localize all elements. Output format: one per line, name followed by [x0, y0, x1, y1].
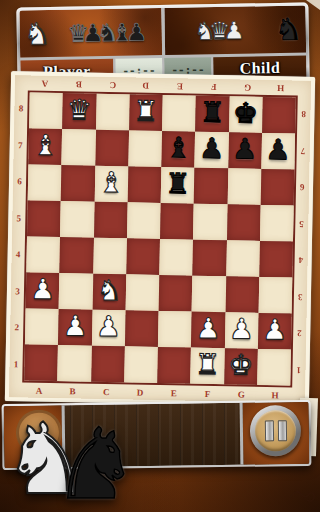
square-h4[interactable]	[259, 241, 293, 278]
square-a4[interactable]	[26, 236, 60, 273]
faded-medallion	[16, 409, 63, 456]
square-c3[interactable]: ♞	[92, 274, 126, 311]
captured-bp: ♟	[126, 20, 148, 44]
piece-bp: ♟	[232, 135, 258, 163]
piece-wr: ♜	[133, 97, 159, 125]
board-mat: ABCDEFGH 87654321 ♛♜♜♚♝♝♟♟♟♝♜♟♞♟♟♟♟♟♜♚ 8…	[9, 75, 311, 403]
square-a8[interactable]	[29, 92, 63, 129]
square-h1[interactable]	[257, 349, 291, 386]
square-f4[interactable]	[193, 240, 227, 277]
square-f6[interactable]	[194, 168, 228, 205]
piece-wk: ♚	[228, 351, 254, 379]
square-a3[interactable]: ♟	[26, 272, 60, 309]
square-d1[interactable]	[124, 346, 158, 383]
piece-br: ♜	[199, 99, 225, 127]
pause-icon	[255, 410, 297, 452]
piece-bb: ♝	[166, 134, 192, 162]
square-b4[interactable]	[60, 237, 94, 274]
square-g3[interactable]	[225, 276, 259, 313]
square-c6[interactable]: ♝	[94, 166, 128, 203]
square-e4[interactable]	[159, 239, 193, 276]
piece-wp: ♟	[229, 315, 255, 343]
square-a5[interactable]	[27, 200, 61, 237]
square-f3[interactable]	[192, 276, 226, 313]
signature-scribble	[288, 484, 318, 506]
square-a1[interactable]	[24, 344, 58, 381]
square-g5[interactable]	[226, 204, 260, 241]
square-c2[interactable]: ♟	[91, 310, 125, 347]
square-b3[interactable]	[59, 273, 93, 310]
bottom-bar	[2, 400, 312, 470]
black-knight-icon: ♞	[275, 14, 302, 44]
captured-white-pieces: ♞♛♟	[194, 18, 245, 43]
square-d4[interactable]	[126, 238, 160, 275]
square-e1[interactable]	[157, 347, 191, 384]
square-c8[interactable]	[96, 94, 130, 131]
square-c5[interactable]	[94, 202, 128, 239]
captured-black-pieces: ♛♟♞♝♟	[67, 20, 147, 45]
square-g4[interactable]	[226, 240, 260, 277]
square-h2[interactable]: ♟	[258, 313, 292, 350]
square-e5[interactable]	[160, 203, 194, 240]
square-a2[interactable]	[25, 308, 59, 345]
square-h7[interactable]: ♟	[261, 133, 295, 170]
piece-wp: ♟	[30, 276, 56, 304]
square-a7[interactable]: ♝	[28, 128, 62, 165]
square-b1[interactable]	[58, 345, 92, 382]
square-h3[interactable]	[258, 277, 292, 314]
square-e7[interactable]: ♝	[161, 131, 195, 168]
square-f5[interactable]	[193, 204, 227, 241]
square-e3[interactable]	[159, 275, 193, 312]
square-b7[interactable]	[62, 129, 96, 166]
piece-br: ♜	[165, 170, 191, 198]
piece-bp: ♟	[265, 136, 291, 164]
right-plate	[240, 402, 310, 465]
square-a6[interactable]	[28, 164, 62, 201]
piece-wb: ♝	[33, 132, 59, 160]
square-f1[interactable]: ♜	[190, 348, 224, 385]
square-d7[interactable]	[128, 130, 162, 167]
square-d8[interactable]: ♜	[129, 94, 163, 131]
square-g2[interactable]: ♟	[224, 312, 258, 349]
square-c1[interactable]	[91, 346, 125, 383]
pause-button[interactable]	[250, 405, 302, 457]
board-photo: ABCDEFGH 87654321 ♛♜♜♚♝♝♟♟♟♝♜♟♞♟♟♟♟♟♜♚ 8…	[5, 71, 315, 407]
white-knight-icon: ♞	[24, 18, 51, 48]
square-d2[interactable]	[125, 310, 159, 347]
square-d3[interactable]	[125, 274, 159, 311]
square-g8[interactable]: ♚	[229, 96, 263, 133]
piece-wp: ♟	[195, 315, 221, 343]
chess-app-screen: ♞ ♛♟♞♝♟ ♞♛♟ ♞ Player --:-- --:-- Child A…	[0, 0, 320, 512]
piece-bk: ♚	[233, 99, 259, 127]
square-d6[interactable]	[127, 166, 161, 203]
square-c7[interactable]	[95, 130, 129, 167]
square-e2[interactable]	[158, 311, 192, 348]
piece-wp: ♟	[262, 316, 288, 344]
square-f2[interactable]: ♟	[191, 312, 225, 349]
piece-wp: ♟	[62, 312, 88, 340]
square-b5[interactable]	[60, 201, 94, 238]
piece-wq: ♛	[66, 96, 92, 124]
piece-bp: ♟	[199, 135, 225, 163]
square-h5[interactable]	[260, 205, 294, 242]
white-player-tray: ♞ ♛♟♞♝♟	[19, 8, 161, 57]
square-c4[interactable]	[93, 238, 127, 275]
left-plate	[4, 405, 66, 468]
square-h8[interactable]	[262, 97, 296, 134]
square-g1[interactable]: ♚	[224, 348, 258, 385]
square-e8[interactable]	[162, 95, 196, 132]
square-d5[interactable]	[127, 202, 161, 239]
square-f8[interactable]: ♜	[195, 96, 229, 133]
square-b6[interactable]	[61, 165, 95, 202]
square-h6[interactable]	[260, 169, 294, 206]
square-f7[interactable]: ♟	[195, 132, 229, 169]
square-g6[interactable]	[227, 168, 261, 205]
square-e6[interactable]: ♜	[161, 167, 195, 204]
captured-wp: ♟	[223, 18, 245, 42]
square-b8[interactable]: ♛	[62, 93, 96, 130]
black-player-tray: ♞♛♟ ♞	[161, 6, 306, 56]
piece-wb: ♝	[98, 169, 124, 197]
piece-wn: ♞	[96, 277, 122, 305]
chess-board[interactable]: ♛♜♜♚♝♝♟♟♟♝♜♟♞♟♟♟♟♟♜♚	[22, 90, 298, 387]
piece-wr: ♜	[195, 351, 221, 379]
piece-wp: ♟	[96, 313, 122, 341]
square-g7[interactable]: ♟	[228, 132, 262, 169]
square-b2[interactable]: ♟	[58, 309, 92, 346]
